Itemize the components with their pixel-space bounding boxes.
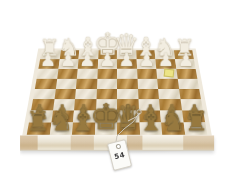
photo-scene: ♜♞♝♚♛♝♞♜♟♟♟♟♟♟♟♟♟♟♟♟♟♟♟♟♜♞♝♚♛♝♞♜ 54 xyxy=(0,0,233,175)
price-sticker xyxy=(164,68,175,77)
lot-tag-label: 54 xyxy=(111,150,129,162)
